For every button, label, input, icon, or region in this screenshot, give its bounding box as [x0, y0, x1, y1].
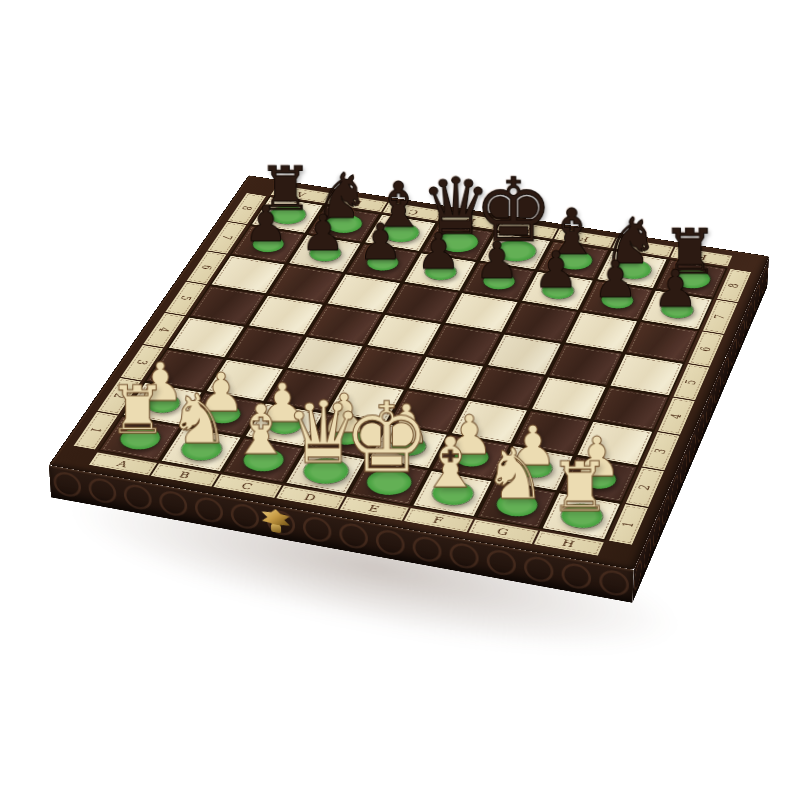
label-text: 5: [683, 378, 700, 385]
label-text: G: [495, 526, 511, 537]
label-text: 4: [156, 327, 173, 334]
chess-set-photo: ABCDEFGH ABCDEFGH 87654321 87654321 ♜♞♝♛…: [0, 0, 800, 800]
chess-board: ABCDEFGH ABCDEFGH 87654321 87654321 ♜♞♝♛…: [49, 175, 770, 569]
label-text: C: [239, 481, 255, 492]
black-pawn-glyph: ♟: [606, 263, 743, 314]
clasp-knob-icon: [271, 524, 281, 534]
label-text: 6: [198, 264, 215, 271]
label-text: A: [115, 459, 131, 469]
label-text: D: [302, 492, 319, 503]
label-text: B: [177, 470, 193, 480]
label-text: H: [560, 538, 577, 549]
brass-clasp: [258, 504, 293, 536]
label-text: 7: [712, 313, 728, 320]
label-text: 4: [668, 412, 685, 420]
label-text: F: [431, 515, 446, 526]
label-text: 6: [698, 345, 715, 352]
label-text: E: [367, 503, 383, 514]
label-text: 5: [177, 295, 194, 302]
label-text: 1: [620, 520, 638, 528]
white-rook-glyph: ♜: [504, 452, 654, 521]
